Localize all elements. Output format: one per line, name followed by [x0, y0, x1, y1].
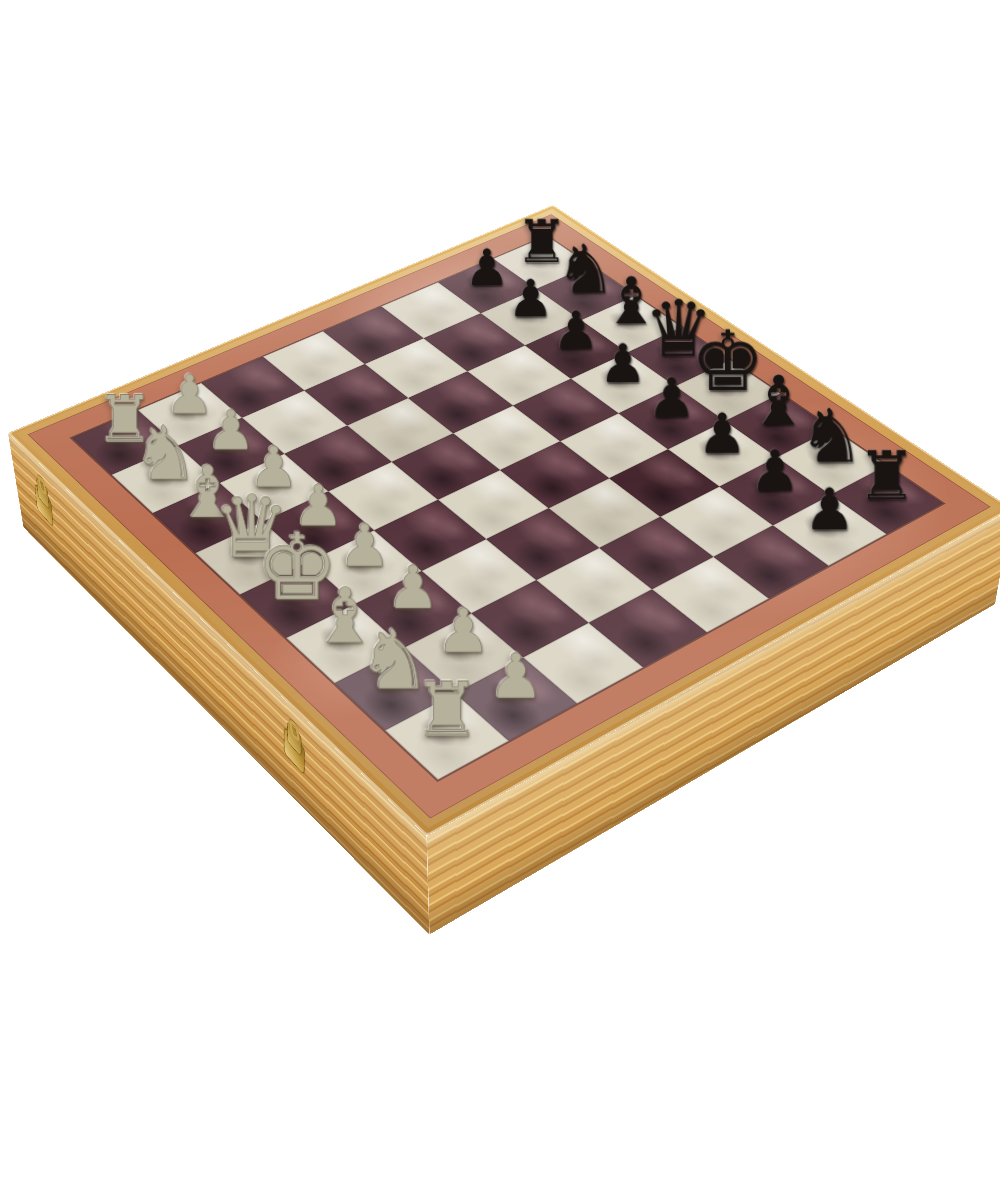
black-rook-icon: ♜: [856, 442, 916, 509]
chess-box: ♜♞♝♛♚♝♞♜♟♟♟♟♟♟♟♟♟♟♟♟♟♟♟♟♜♞♝♛♚♝♞♜: [23, 295, 995, 935]
board-top: ♜♞♝♛♚♝♞♜♟♟♟♟♟♟♟♟♟♟♟♟♟♟♟♟♜♞♝♛♚♝♞♜: [8, 205, 1000, 836]
white-pawn-icon: ♟: [338, 517, 391, 576]
white-pawn-icon: ♟: [436, 601, 491, 662]
white-pawn-icon: ♟: [488, 645, 544, 707]
black-knight-icon: ♞: [798, 398, 864, 472]
black-pawn-icon: ♟: [750, 443, 801, 499]
product-photo-scene: ♜♞♝♛♚♝♞♜♟♟♟♟♟♟♟♟♟♟♟♟♟♟♟♟♜♞♝♛♚♝♞♜: [0, 0, 1000, 1200]
white-pawn-icon: ♟: [386, 558, 440, 618]
black-pawn-icon: ♟: [804, 481, 856, 539]
black-pawn-icon: ♟: [697, 406, 747, 461]
white-rook-icon: ♜: [413, 672, 480, 747]
black-pawn-icon: ♟: [647, 371, 696, 425]
